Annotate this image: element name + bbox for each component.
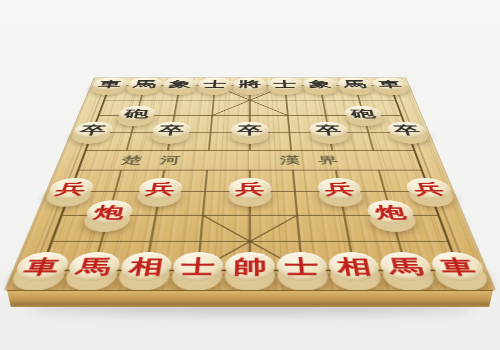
piece-black-general-e1[interactable]: 將 bbox=[233, 77, 267, 90]
river-inscription-left: 楚河 bbox=[120, 154, 199, 167]
xiangqi-board[interactable]: 楚河 漢界 車馬象士將士象馬車砲砲卒卒卒卒卒兵兵兵兵兵炮炮車馬相士帥士相馬車 bbox=[5, 77, 494, 289]
piece-black-advisor-f1[interactable]: 士 bbox=[268, 77, 302, 90]
board-front-edge bbox=[7, 290, 493, 307]
photo-scene: 楚河 漢界 車馬象士將士象馬車砲砲卒卒卒卒卒兵兵兵兵兵炮炮車馬相士帥士相馬車 bbox=[0, 0, 500, 350]
piece-red-soldier-e7[interactable]: 兵 bbox=[228, 178, 271, 199]
river-inscription-right: 漢界 bbox=[280, 154, 358, 167]
piece-black-soldier-e4[interactable]: 卒 bbox=[231, 122, 269, 138]
